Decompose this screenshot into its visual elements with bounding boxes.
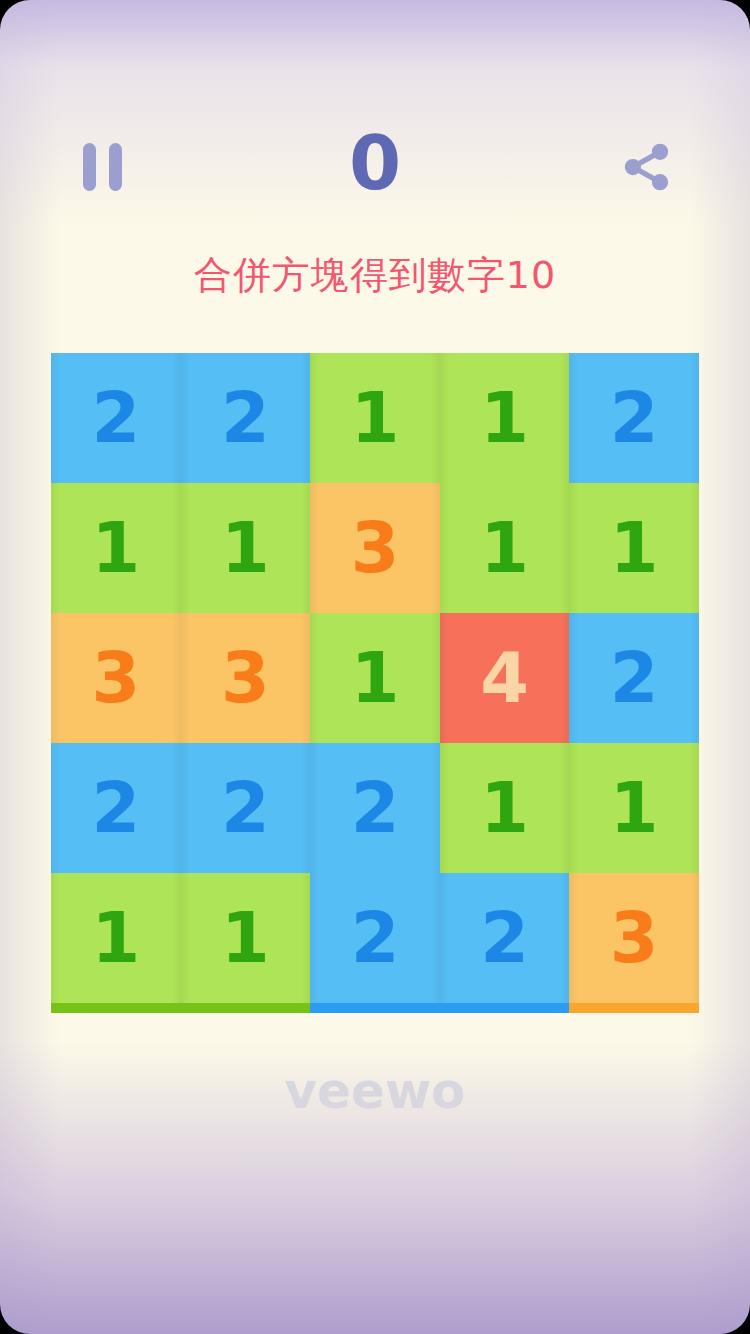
tile-r2c2[interactable]: 1	[181, 483, 311, 613]
tile-r2c4[interactable]: 1	[440, 483, 570, 613]
tile-number: 3	[351, 513, 400, 583]
tile-number: 1	[91, 513, 140, 583]
tile-number: 1	[351, 383, 400, 453]
tile-r3c5[interactable]: 2	[569, 613, 699, 743]
tile-number: 2	[91, 383, 140, 453]
tile-r1c1[interactable]: 2	[51, 353, 181, 483]
tile-r3c3[interactable]: 1	[310, 613, 440, 743]
board-bottom-edge	[51, 1003, 699, 1013]
tile-r3c2[interactable]: 3	[181, 613, 311, 743]
tile-r1c3[interactable]: 1	[310, 353, 440, 483]
tile-number: 2	[480, 903, 529, 973]
tile-number: 1	[610, 773, 659, 843]
share-icon	[621, 141, 673, 193]
tile-number: 1	[480, 773, 529, 843]
board-edge-segment	[51, 1003, 181, 1013]
tile-number: 2	[610, 383, 659, 453]
board-edge-segment	[440, 1003, 570, 1013]
tile-r2c3[interactable]: 3	[310, 483, 440, 613]
tile-r4c1[interactable]: 2	[51, 743, 181, 873]
tile-r5c5[interactable]: 3	[569, 873, 699, 1003]
tile-number: 4	[480, 643, 529, 713]
tile-number: 3	[610, 903, 659, 973]
tile-r4c3[interactable]: 2	[310, 743, 440, 873]
game-screen: 0 合併方塊得到數字10 2211211311331422221111223 v…	[0, 0, 750, 1334]
board-edge-segment	[569, 1003, 699, 1013]
tile-number: 3	[91, 643, 140, 713]
tile-r5c3[interactable]: 2	[310, 873, 440, 1003]
tile-number: 1	[610, 513, 659, 583]
tile-r5c1[interactable]: 1	[51, 873, 181, 1003]
board-edge-segment	[181, 1003, 311, 1013]
tile-r4c4[interactable]: 1	[440, 743, 570, 873]
tile-r5c4[interactable]: 2	[440, 873, 570, 1003]
tile-r2c5[interactable]: 1	[569, 483, 699, 613]
tile-r1c5[interactable]: 2	[569, 353, 699, 483]
tile-number: 1	[221, 513, 270, 583]
tile-number: 2	[610, 643, 659, 713]
tile-r3c4[interactable]: 4	[440, 613, 570, 743]
share-button[interactable]	[616, 136, 678, 198]
tile-number: 2	[221, 383, 270, 453]
tile-number: 1	[221, 903, 270, 973]
goal-hint: 合併方塊得到數字10	[0, 250, 750, 301]
tile-r4c5[interactable]: 1	[569, 743, 699, 873]
tile-number: 1	[480, 513, 529, 583]
veewo-logo: veewo	[0, 1062, 750, 1120]
tile-r5c2[interactable]: 1	[181, 873, 311, 1003]
tile-number: 3	[221, 643, 270, 713]
tile-r3c1[interactable]: 3	[51, 613, 181, 743]
tile-number: 2	[351, 773, 400, 843]
tile-r1c2[interactable]: 2	[181, 353, 311, 483]
game-board: 2211211311331422221111223	[51, 353, 699, 1003]
tile-number: 1	[91, 903, 140, 973]
tile-r2c1[interactable]: 1	[51, 483, 181, 613]
tile-number: 2	[351, 903, 400, 973]
tile-number: 2	[91, 773, 140, 843]
tile-r4c2[interactable]: 2	[181, 743, 311, 873]
tile-number: 1	[480, 383, 529, 453]
tile-number: 2	[221, 773, 270, 843]
board-edge-segment	[310, 1003, 440, 1013]
tile-number: 1	[351, 643, 400, 713]
tile-r1c4[interactable]: 1	[440, 353, 570, 483]
